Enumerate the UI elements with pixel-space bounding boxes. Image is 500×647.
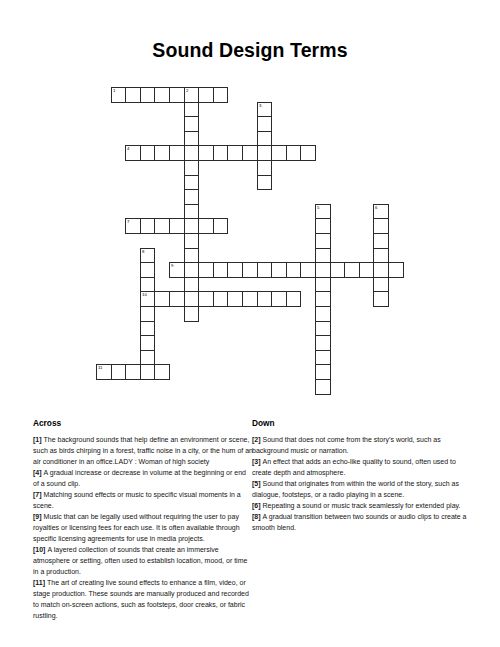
grid-cell-r4c14[interactable]: [300, 145, 316, 161]
grid-cell-r0c2[interactable]: [125, 87, 141, 103]
across-clues-section: Across [1]The background sounds that hel…: [33, 418, 253, 621]
grid-cell-r3c11[interactable]: [257, 131, 273, 147]
grid-cell-r4c12[interactable]: [271, 145, 287, 161]
grid-cell-r1c6[interactable]: [184, 102, 200, 118]
grid-cell-r13c19[interactable]: [373, 277, 389, 293]
clue-across-10: [10]A layered collection of sounds that …: [33, 544, 253, 577]
grid-cell-r12c16[interactable]: [330, 262, 346, 278]
grid-cell-r13c6[interactable]: [184, 277, 200, 293]
grid-cell-r19c4[interactable]: [154, 364, 170, 380]
grid-cell-r4c5[interactable]: [169, 145, 185, 161]
grid-cell-r2c6[interactable]: [184, 116, 200, 132]
cell-number: 9: [171, 263, 173, 267]
page-title: Sound Design Terms: [0, 39, 500, 62]
grid-cell-r13c3[interactable]: [140, 277, 156, 293]
grid-cell-r4c10[interactable]: [242, 145, 258, 161]
grid-cell-r0c4[interactable]: [154, 87, 170, 103]
grid-cell-r14c15[interactable]: [315, 291, 331, 307]
grid-cell-r0c1[interactable]: 1: [111, 87, 127, 103]
clue-text: Music that can be legally used without r…: [33, 513, 240, 542]
grid-cell-r12c9[interactable]: [227, 262, 243, 278]
grid-cell-r4c6[interactable]: [184, 145, 200, 161]
grid-cell-r15c6[interactable]: [184, 306, 200, 322]
grid-cell-r8c15[interactable]: 5: [315, 204, 331, 220]
clue-text: A gradual increase or decrease in volume…: [33, 469, 246, 487]
clue-number: [6]: [252, 502, 261, 509]
grid-cell-r15c15[interactable]: [315, 306, 331, 322]
clue-down-6: [6]Repeating a sound or music track seam…: [252, 500, 473, 511]
grid-cell-r4c4[interactable]: [154, 145, 170, 161]
grid-cell-r4c13[interactable]: [286, 145, 302, 161]
clue-across-9: [9]Music that can be legally used withou…: [33, 511, 253, 544]
clue-across-4: [4]A gradual increase or decrease in vol…: [33, 467, 253, 489]
crossword-page: Sound Design Terms 1234567891011 Across …: [0, 0, 500, 647]
grid-cell-r12c19[interactable]: [373, 262, 389, 278]
grid-cell-r9c3[interactable]: [140, 218, 156, 234]
grid-cell-r10c19[interactable]: [373, 233, 389, 249]
grid-cell-r14c9[interactable]: [227, 291, 243, 307]
grid-cell-r0c5[interactable]: [169, 87, 185, 103]
cell-number: 4: [127, 146, 129, 150]
grid-cell-r14c8[interactable]: [213, 291, 229, 307]
grid-cell-r12c10[interactable]: [242, 262, 258, 278]
grid-cell-r14c10[interactable]: [242, 291, 258, 307]
grid-cell-r14c19[interactable]: [373, 291, 389, 307]
grid-cell-r16c15[interactable]: [315, 321, 331, 337]
grid-cell-r4c3[interactable]: [140, 145, 156, 161]
grid-cell-r16c3[interactable]: [140, 321, 156, 337]
clue-text: Sound that does not come from the story’…: [252, 436, 441, 454]
clue-down-5: [5]Sound that originates from within the…: [252, 478, 473, 500]
grid-cell-r12c17[interactable]: [344, 262, 360, 278]
grid-cell-r4c8[interactable]: [213, 145, 229, 161]
cell-number: 6: [375, 205, 377, 209]
grid-cell-r9c2[interactable]: 7: [125, 218, 141, 234]
clue-down-2: [2]Sound that does not come from the sto…: [252, 434, 473, 456]
clue-number: [9]: [33, 513, 42, 520]
grid-cell-r9c5[interactable]: [169, 218, 185, 234]
grid-cell-r12c3[interactable]: [140, 262, 156, 278]
clue-number: [7]: [33, 491, 42, 498]
grid-cell-r14c13[interactable]: [286, 291, 302, 307]
grid-cell-r19c0[interactable]: 11: [96, 364, 112, 380]
grid-cell-r10c6[interactable]: [184, 233, 200, 249]
grid-cell-r0c7[interactable]: [198, 87, 214, 103]
grid-cell-r9c19[interactable]: [373, 218, 389, 234]
cell-number: 3: [259, 103, 261, 107]
grid-cell-r19c1[interactable]: [111, 364, 127, 380]
clue-across-7: [7]Matching sound effects or music to sp…: [33, 489, 253, 511]
grid-cell-r10c15[interactable]: [315, 233, 331, 249]
grid-cell-r15c3[interactable]: [140, 306, 156, 322]
grid-cell-r17c15[interactable]: [315, 335, 331, 351]
grid-cell-r14c7[interactable]: [198, 291, 214, 307]
grid-cell-r12c20[interactable]: [388, 262, 404, 278]
clue-number: [2]: [252, 436, 261, 443]
grid-cell-r12c15[interactable]: [315, 262, 331, 278]
grid-cell-r0c6[interactable]: 2: [184, 87, 200, 103]
clue-number: [3]: [252, 458, 261, 465]
grid-cell-r6c6[interactable]: [184, 175, 200, 191]
grid-cell-r8c6[interactable]: [184, 204, 200, 220]
grid-cell-r11c6[interactable]: [184, 248, 200, 264]
grid-cell-r0c8[interactable]: [213, 87, 229, 103]
grid-cell-r1c11[interactable]: 3: [257, 102, 273, 118]
grid-cell-r3c6[interactable]: [184, 131, 200, 147]
grid-cell-r17c3[interactable]: [140, 335, 156, 351]
clue-text: An effect that adds an echo-like quality…: [252, 458, 456, 476]
grid-cell-r4c7[interactable]: [198, 145, 214, 161]
grid-cell-r9c6[interactable]: [184, 218, 200, 234]
grid-cell-r11c15[interactable]: [315, 248, 331, 264]
grid-cell-r14c5[interactable]: [169, 291, 185, 307]
cell-number: 5: [317, 205, 319, 209]
grid-cell-r12c5[interactable]: 9: [169, 262, 185, 278]
grid-cell-r12c7[interactable]: [198, 262, 214, 278]
clue-number: [10]: [33, 546, 45, 553]
grid-cell-r9c7[interactable]: [198, 218, 214, 234]
grid-cell-r2c11[interactable]: [257, 116, 273, 132]
clue-number: [4]: [33, 469, 42, 476]
across-heading: Across: [33, 418, 253, 428]
cell-number: 2: [186, 88, 188, 92]
clue-number: [5]: [252, 480, 261, 487]
grid-cell-r6c11[interactable]: [257, 175, 273, 191]
clue-across-1: [1]The background sounds that help defin…: [33, 434, 253, 467]
grid-cell-r0c3[interactable]: [140, 87, 156, 103]
grid-cell-r9c4[interactable]: [154, 218, 170, 234]
clue-text: Repeating a sound or music track seamles…: [263, 502, 461, 509]
grid-cell-r12c18[interactable]: [359, 262, 375, 278]
clue-number: [8]: [252, 513, 261, 520]
grid-cell-r13c15[interactable]: [315, 277, 331, 293]
grid-cell-r14c11[interactable]: [257, 291, 273, 307]
clue-text: The art of creating live sound effects t…: [33, 579, 249, 619]
grid-cell-r12c11[interactable]: [257, 262, 273, 278]
cell-number: 10: [142, 292, 147, 296]
crossword-grid: 1234567891011: [96, 87, 404, 395]
grid-cell-r18c3[interactable]: [140, 350, 156, 366]
down-heading: Down: [252, 418, 473, 428]
clue-text: The background sounds that help define a…: [33, 436, 253, 465]
grid-cell-r14c4[interactable]: [154, 291, 170, 307]
cell-number: 7: [127, 219, 129, 223]
cell-number: 1: [113, 88, 115, 92]
clue-text: Matching sound effects or music to speci…: [33, 491, 241, 509]
clue-across-11: [11]The art of creating live sound effec…: [33, 577, 253, 621]
cell-number: 11: [98, 365, 102, 369]
grid-cell-r11c3[interactable]: 8: [140, 248, 156, 264]
clue-text: Sound that originates from within the wo…: [252, 480, 459, 498]
grid-cell-r18c15[interactable]: [315, 350, 331, 366]
cell-number: 8: [142, 249, 144, 253]
grid-cell-r11c19[interactable]: [373, 248, 389, 264]
grid-cell-r19c15[interactable]: [315, 364, 331, 380]
grid-cell-r7c6[interactable]: [184, 189, 200, 205]
grid-cell-r19c2[interactable]: [125, 364, 141, 380]
clue-down-8: [8]A gradual transition between two soun…: [252, 511, 473, 533]
grid-cell-r8c19[interactable]: 6: [373, 204, 389, 220]
grid-cell-r12c8[interactable]: [213, 262, 229, 278]
grid-cell-r5c6[interactable]: [184, 160, 200, 176]
grid-cell-r14c6[interactable]: [184, 291, 200, 307]
grid-cell-r19c3[interactable]: [140, 364, 156, 380]
clue-number: [1]: [33, 436, 42, 443]
grid-cell-r12c13[interactable]: [286, 262, 302, 278]
grid-cell-r4c2[interactable]: 4: [125, 145, 141, 161]
down-clues-section: Down [2]Sound that does not come from th…: [252, 418, 473, 533]
grid-cell-r14c12[interactable]: [271, 291, 287, 307]
grid-cell-r9c15[interactable]: [315, 218, 331, 234]
grid-cell-r9c8[interactable]: [213, 218, 229, 234]
grid-cell-r5c11[interactable]: [257, 160, 273, 176]
grid-cell-r4c9[interactable]: [227, 145, 243, 161]
grid-cell-r20c15[interactable]: [315, 379, 331, 395]
grid-cell-r12c12[interactable]: [271, 262, 287, 278]
grid-cell-r12c6[interactable]: [184, 262, 200, 278]
grid-cell-r4c11[interactable]: [257, 145, 273, 161]
clue-down-3: [3]An effect that adds an echo-like qual…: [252, 456, 473, 478]
clue-text: A gradual transition between two sounds …: [252, 513, 466, 531]
clue-number: [11]: [33, 579, 45, 586]
clue-text: A layered collection of sounds that crea…: [33, 546, 247, 575]
grid-cell-r12c14[interactable]: [300, 262, 316, 278]
grid-cell-r14c3[interactable]: 10: [140, 291, 156, 307]
